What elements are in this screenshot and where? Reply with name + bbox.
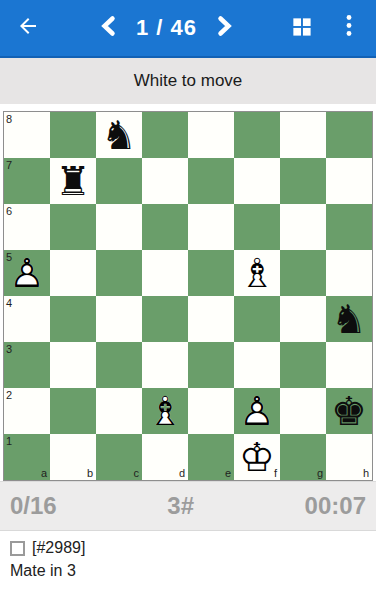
square-h4[interactable]: ♞	[326, 296, 372, 342]
square-d1[interactable]: d	[142, 434, 188, 480]
square-e7[interactable]	[188, 158, 234, 204]
rank-label-5: 5	[6, 252, 12, 263]
black-knight[interactable]: ♞	[96, 112, 142, 158]
side-to-move-bar: White to move	[0, 58, 376, 104]
square-h6[interactable]	[326, 204, 372, 250]
file-label-d: d	[179, 468, 185, 479]
file-label-e: e	[225, 468, 231, 479]
square-f5[interactable]: ♝♗	[234, 250, 280, 296]
chevron-left-icon	[98, 15, 120, 41]
bookmark-checkbox[interactable]	[10, 541, 25, 556]
square-b8[interactable]	[50, 112, 96, 158]
black-knight[interactable]: ♞	[326, 296, 372, 342]
square-e3[interactable]	[188, 342, 234, 388]
square-d7[interactable]	[142, 158, 188, 204]
puzzle-list-button[interactable]	[288, 15, 314, 41]
square-c3[interactable]	[96, 342, 142, 388]
arrow-back-icon	[16, 14, 40, 42]
square-d8[interactable]	[142, 112, 188, 158]
rank-label-3: 3	[6, 344, 12, 355]
square-f8[interactable]	[234, 112, 280, 158]
app-bar: 1 / 46	[0, 0, 376, 58]
rank-label-8: 8	[6, 114, 12, 125]
puzzle-counter: 1 / 46	[136, 15, 197, 41]
square-f1[interactable]: f♚♔	[234, 434, 280, 480]
white-pawn[interactable]: ♟♙	[234, 388, 280, 434]
spacer	[0, 104, 376, 111]
timer: 00:07	[305, 492, 366, 520]
previous-puzzle-button[interactable]	[96, 15, 122, 41]
square-e4[interactable]	[188, 296, 234, 342]
square-c2[interactable]	[96, 388, 142, 434]
overflow-menu-button[interactable]	[336, 15, 362, 41]
file-label-g: g	[317, 468, 323, 479]
square-b1[interactable]: b	[50, 434, 96, 480]
square-d6[interactable]	[142, 204, 188, 250]
square-c6[interactable]	[96, 204, 142, 250]
square-f4[interactable]	[234, 296, 280, 342]
square-e8[interactable]	[188, 112, 234, 158]
chess-board[interactable]: 8♞7♜65♟♙♝♗4♞32♝♗♟♙♚1abcdef♚♔gh	[3, 111, 373, 481]
square-c8[interactable]: ♞	[96, 112, 142, 158]
square-a3[interactable]: 3	[4, 342, 50, 388]
square-b6[interactable]	[50, 204, 96, 250]
square-g2[interactable]	[280, 388, 326, 434]
puzzle-info: [#2989] Mate in 3	[0, 531, 376, 580]
rank-label-1: 1	[6, 436, 12, 447]
square-g6[interactable]	[280, 204, 326, 250]
square-d5[interactable]	[142, 250, 188, 296]
square-h8[interactable]	[326, 112, 372, 158]
file-label-h: h	[363, 468, 369, 479]
file-label-f: f	[274, 468, 277, 479]
file-label-b: b	[87, 468, 93, 479]
square-a8[interactable]: 8	[4, 112, 50, 158]
next-puzzle-button[interactable]	[211, 15, 237, 41]
square-e2[interactable]	[188, 388, 234, 434]
file-label-c: c	[134, 468, 140, 479]
square-b3[interactable]	[50, 342, 96, 388]
square-g3[interactable]	[280, 342, 326, 388]
square-d2[interactable]: ♝♗	[142, 388, 188, 434]
square-g7[interactable]	[280, 158, 326, 204]
task-code: 3#	[57, 492, 305, 520]
square-g8[interactable]	[280, 112, 326, 158]
board-container: 8♞7♜65♟♙♝♗4♞32♝♗♟♙♚1abcdef♚♔gh	[3, 111, 373, 481]
rank-label-4: 4	[6, 298, 12, 309]
square-a5[interactable]: 5♟♙	[4, 250, 50, 296]
puzzle-navigation: 1 / 46	[96, 0, 237, 56]
square-g5[interactable]	[280, 250, 326, 296]
back-button[interactable]	[16, 16, 40, 40]
black-king[interactable]: ♚	[326, 388, 372, 434]
square-b5[interactable]	[50, 250, 96, 296]
rank-label-7: 7	[6, 160, 12, 171]
square-g4[interactable]	[280, 296, 326, 342]
black-rook[interactable]: ♜	[50, 158, 96, 204]
square-b2[interactable]	[50, 388, 96, 434]
square-f6[interactable]	[234, 204, 280, 250]
stats-bar: 0/16 3# 00:07	[0, 481, 376, 531]
square-e1[interactable]: e	[188, 434, 234, 480]
square-c1[interactable]: c	[96, 434, 142, 480]
square-h7[interactable]	[326, 158, 372, 204]
square-c4[interactable]	[96, 296, 142, 342]
square-f3[interactable]	[234, 342, 280, 388]
square-e6[interactable]	[188, 204, 234, 250]
square-h1[interactable]: h	[326, 434, 372, 480]
side-to-move-text: White to move	[134, 71, 243, 91]
square-b7[interactable]: ♜	[50, 158, 96, 204]
square-h5[interactable]	[326, 250, 372, 296]
square-g1[interactable]: g	[280, 434, 326, 480]
square-d3[interactable]	[142, 342, 188, 388]
square-a2[interactable]: 2	[4, 388, 50, 434]
square-h2[interactable]: ♚	[326, 388, 372, 434]
score-counter: 0/16	[10, 492, 57, 520]
square-a1[interactable]: 1a	[4, 434, 50, 480]
puzzle-id: [#2989]	[32, 539, 85, 557]
square-c5[interactable]	[96, 250, 142, 296]
white-bishop[interactable]: ♝♗	[142, 388, 188, 434]
kebab-menu-icon	[346, 14, 352, 42]
rank-label-2: 2	[6, 390, 12, 401]
grid-view-icon	[290, 15, 313, 42]
rank-label-6: 6	[6, 206, 12, 217]
white-bishop[interactable]: ♝♗	[234, 250, 280, 296]
square-c7[interactable]	[96, 158, 142, 204]
square-f2[interactable]: ♟♙	[234, 388, 280, 434]
app-bar-actions	[288, 0, 376, 56]
square-d4[interactable]	[142, 296, 188, 342]
square-a7[interactable]: 7	[4, 158, 50, 204]
square-a4[interactable]: 4	[4, 296, 50, 342]
square-e5[interactable]	[188, 250, 234, 296]
square-a6[interactable]: 6	[4, 204, 50, 250]
task-description: Mate in 3	[10, 562, 376, 580]
square-b4[interactable]	[50, 296, 96, 342]
file-label-a: a	[41, 468, 47, 479]
chevron-right-icon	[213, 15, 235, 41]
square-h3[interactable]	[326, 342, 372, 388]
square-f7[interactable]	[234, 158, 280, 204]
